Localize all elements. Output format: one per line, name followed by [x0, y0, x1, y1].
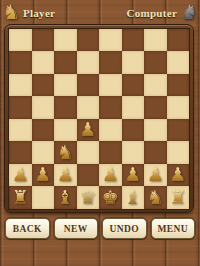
square-h3[interactable]: [167, 141, 190, 164]
piece-white-pawn[interactable]: ♟: [169, 165, 186, 184]
player-label: Player: [23, 7, 55, 19]
square-f6[interactable]: ♞: [122, 74, 145, 97]
piece-black-bishop[interactable]: ♝: [57, 30, 74, 49]
square-g1[interactable]: ♞: [144, 186, 167, 209]
piece-black-pawn[interactable]: ♟: [34, 53, 51, 72]
piece-white-bishop[interactable]: ♝: [57, 188, 74, 207]
piece-black-rook[interactable]: ♜: [169, 30, 186, 49]
square-d6[interactable]: [77, 74, 100, 97]
square-d1[interactable]: ♛: [77, 186, 100, 209]
piece-black-pawn[interactable]: ♟: [12, 53, 29, 72]
piece-black-king[interactable]: ♚: [102, 30, 119, 49]
square-d4[interactable]: ♟: [77, 119, 100, 142]
square-g3[interactable]: [144, 141, 167, 164]
square-e2[interactable]: ♟: [99, 164, 122, 187]
toolbar: BACK NEW UNDO MENU: [5, 218, 195, 239]
square-e8[interactable]: ♚: [99, 29, 122, 52]
player-header: ♞ Player: [2, 0, 55, 25]
player-knight-icon: ♞: [2, 0, 20, 25]
square-g6[interactable]: [144, 74, 167, 97]
piece-white-pawn[interactable]: ♟: [12, 165, 29, 184]
square-h7[interactable]: ♟: [167, 51, 190, 74]
square-f4[interactable]: [122, 119, 145, 142]
square-a2[interactable]: ♟: [9, 164, 32, 187]
chess-app-window: ♞ Player Computer ♞ ♜♞♝♛♚♝♜♟♟♟♟♟♟♟♞♟♟♞♟♟…: [0, 0, 200, 266]
square-c1[interactable]: ♝: [54, 186, 77, 209]
piece-white-pawn[interactable]: ♟: [57, 165, 74, 184]
square-b8[interactable]: ♞: [32, 29, 55, 52]
square-h8[interactable]: ♜: [167, 29, 190, 52]
piece-black-pawn[interactable]: ♟: [57, 53, 74, 72]
square-f8[interactable]: ♝: [122, 29, 145, 52]
square-g7[interactable]: ♟: [144, 51, 167, 74]
square-e7[interactable]: ♟: [99, 51, 122, 74]
square-c6[interactable]: [54, 74, 77, 97]
piece-white-rook[interactable]: ♜: [169, 188, 186, 207]
square-b1[interactable]: [32, 186, 55, 209]
square-h5[interactable]: [167, 96, 190, 119]
square-c3[interactable]: ♞: [54, 141, 77, 164]
square-b4[interactable]: [32, 119, 55, 142]
piece-white-queen[interactable]: ♛: [79, 188, 96, 207]
square-e5[interactable]: [99, 96, 122, 119]
square-e3[interactable]: [99, 141, 122, 164]
square-f1[interactable]: ♝: [122, 186, 145, 209]
square-g2[interactable]: ♟: [144, 164, 167, 187]
header-bar: ♞ Player Computer ♞: [0, 0, 200, 25]
computer-label: Computer: [126, 7, 177, 19]
computer-knight-icon: ♞: [180, 0, 198, 25]
square-h2[interactable]: ♟: [167, 164, 190, 187]
square-d2[interactable]: [77, 164, 100, 187]
square-g5[interactable]: [144, 96, 167, 119]
square-d7[interactable]: [77, 51, 100, 74]
square-f2[interactable]: ♟: [122, 164, 145, 187]
piece-white-knight[interactable]: ♞: [57, 143, 74, 162]
chess-board: ♜♞♝♛♚♝♜♟♟♟♟♟♟♟♞♟♟♞♟♟♟♟♟♟♟♜♝♛♚♝♞♜: [8, 28, 190, 210]
board-frame: ♜♞♝♛♚♝♜♟♟♟♟♟♟♟♞♟♟♞♟♟♟♟♟♟♟♜♝♛♚♝♞♜: [4, 24, 194, 213]
piece-white-pawn[interactable]: ♟: [79, 120, 96, 139]
piece-white-knight[interactable]: ♞: [147, 188, 164, 207]
square-g4[interactable]: [144, 119, 167, 142]
square-e4[interactable]: [99, 119, 122, 142]
piece-black-pawn[interactable]: ♟: [169, 53, 186, 72]
square-h6[interactable]: [167, 74, 190, 97]
new-button[interactable]: NEW: [54, 218, 99, 239]
square-f3[interactable]: [122, 141, 145, 164]
piece-black-knight[interactable]: ♞: [124, 75, 141, 94]
piece-black-queen[interactable]: ♛: [79, 30, 96, 49]
square-c8[interactable]: ♝: [54, 29, 77, 52]
square-a1[interactable]: ♜: [9, 186, 32, 209]
piece-black-rook[interactable]: ♜: [12, 30, 29, 49]
square-g8[interactable]: [144, 29, 167, 52]
square-c5[interactable]: [54, 96, 77, 119]
square-f7[interactable]: ♟: [122, 51, 145, 74]
square-c7[interactable]: ♟: [54, 51, 77, 74]
square-d5[interactable]: ♟: [77, 96, 100, 119]
square-a5[interactable]: [9, 96, 32, 119]
square-b6[interactable]: [32, 74, 55, 97]
piece-black-pawn[interactable]: ♟: [79, 98, 96, 117]
square-h1[interactable]: ♜: [167, 186, 190, 209]
piece-white-rook[interactable]: ♜: [12, 188, 29, 207]
piece-black-pawn[interactable]: ♟: [102, 53, 119, 72]
piece-white-pawn[interactable]: ♟: [147, 165, 164, 184]
undo-button[interactable]: UNDO: [102, 218, 147, 239]
square-c2[interactable]: ♟: [54, 164, 77, 187]
square-e1[interactable]: ♚: [99, 186, 122, 209]
computer-header: Computer ♞: [126, 0, 198, 25]
piece-white-king[interactable]: ♚: [102, 188, 119, 207]
back-button[interactable]: BACK: [5, 218, 50, 239]
square-b3[interactable]: [32, 141, 55, 164]
square-d8[interactable]: ♛: [77, 29, 100, 52]
menu-button[interactable]: MENU: [151, 218, 196, 239]
square-b7[interactable]: ♟: [32, 51, 55, 74]
piece-white-bishop[interactable]: ♝: [124, 188, 141, 207]
square-e6[interactable]: [99, 74, 122, 97]
square-a3[interactable]: [9, 141, 32, 164]
square-c4[interactable]: [54, 119, 77, 142]
square-a6[interactable]: [9, 74, 32, 97]
piece-black-pawn[interactable]: ♟: [124, 53, 141, 72]
square-a4[interactable]: [9, 119, 32, 142]
square-a7[interactable]: ♟: [9, 51, 32, 74]
piece-white-pawn[interactable]: ♟: [102, 165, 119, 184]
piece-white-pawn[interactable]: ♟: [34, 165, 51, 184]
square-b5[interactable]: [32, 96, 55, 119]
square-h4[interactable]: [167, 119, 190, 142]
piece-white-pawn[interactable]: ♟: [124, 165, 141, 184]
piece-black-knight[interactable]: ♞: [34, 30, 51, 49]
square-a8[interactable]: ♜: [9, 29, 32, 52]
square-b2[interactable]: ♟: [32, 164, 55, 187]
piece-black-pawn[interactable]: ♟: [147, 53, 164, 72]
square-f5[interactable]: [122, 96, 145, 119]
square-d3[interactable]: [77, 141, 100, 164]
piece-black-bishop[interactable]: ♝: [124, 30, 141, 49]
